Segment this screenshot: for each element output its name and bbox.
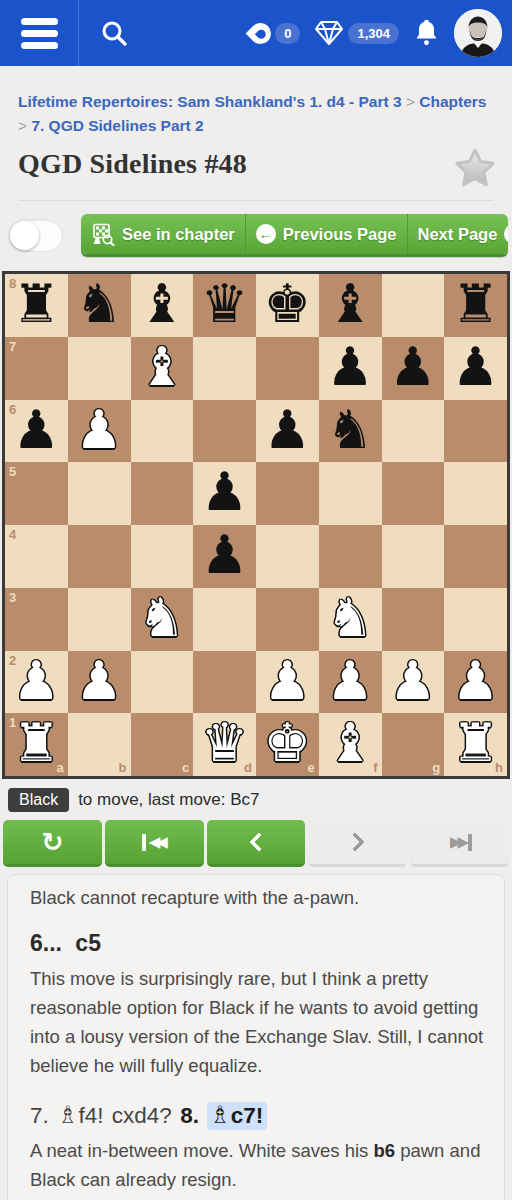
page-nav-group: See in chapter ← Previous Page Next Page… — [81, 214, 508, 257]
square-a7[interactable]: 7 — [5, 337, 68, 400]
breadcrumb-separator: > — [18, 117, 27, 134]
square-g4[interactable] — [382, 525, 445, 588]
square-e2[interactable]: ♟ — [256, 651, 319, 714]
square-f4[interactable] — [319, 525, 382, 588]
move-heading[interactable]: 6... c5 — [30, 930, 484, 957]
square-a8[interactable]: 8♜ — [5, 274, 68, 337]
square-c5[interactable] — [131, 462, 194, 525]
previous-page-button[interactable]: ← Previous Page — [246, 214, 408, 254]
chevron-left-icon — [249, 832, 269, 852]
square-d5[interactable]: ♟ — [193, 462, 256, 525]
piece-white-knight[interactable]: ♞ — [319, 588, 382, 648]
piece-white-knight[interactable]: ♞ — [131, 588, 194, 648]
flame-icon — [246, 18, 276, 48]
move-line: 7. ♗f4! cxd4? 8. ♗c7! — [30, 1101, 484, 1129]
square-h8[interactable]: ♜ — [444, 274, 507, 337]
file-label: e — [308, 760, 315, 775]
next-page-label: Next Page — [418, 225, 498, 244]
square-e5[interactable] — [256, 462, 319, 525]
breadcrumb-separator: > — [406, 93, 415, 110]
skip-to-start-icon: ◀◀ — [142, 834, 167, 851]
square-d1[interactable]: d♛ — [193, 713, 256, 776]
square-c8[interactable]: ♝ — [131, 274, 194, 337]
square-d4[interactable]: ♟ — [193, 525, 256, 588]
rank-label: 6 — [9, 402, 16, 417]
piece-black-rook[interactable]: ♜ — [444, 274, 507, 334]
square-b7[interactable] — [68, 337, 131, 400]
annotation-card: Black cannot recapture with the a-pawn. … — [7, 874, 505, 1200]
square-g2[interactable]: ♟ — [382, 651, 445, 714]
last-move-button[interactable]: ▶▶ — [410, 820, 509, 867]
square-c4[interactable] — [131, 525, 194, 588]
rank-label: 5 — [9, 464, 16, 479]
square-b6[interactable]: ♟ — [68, 400, 131, 463]
square-h7[interactable]: ♟ — [444, 337, 507, 400]
piece-white-pawn[interactable]: ♟ — [256, 651, 319, 711]
annotation-text: Black cannot recapture with the a-pawn. — [30, 884, 484, 911]
square-a5[interactable]: 5 — [5, 462, 68, 525]
square-e3[interactable] — [256, 588, 319, 651]
square-f6[interactable]: ♞ — [319, 400, 382, 463]
piece-black-pawn[interactable]: ♟ — [193, 462, 256, 522]
move-7-white[interactable]: 7. ♗f4! — [30, 1103, 104, 1128]
file-label: g — [432, 760, 440, 775]
piece-black-pawn[interactable]: ♟ — [256, 400, 319, 460]
square-f8[interactable]: ♝ — [319, 274, 382, 337]
square-f5[interactable] — [319, 462, 382, 525]
piece-white-pawn[interactable]: ♟ — [444, 651, 507, 711]
breadcrumb-chapters-link[interactable]: Chapters — [419, 93, 486, 110]
page-title: QGD Sidelines #48 — [18, 148, 247, 180]
move-7-black[interactable]: cxd4? — [112, 1103, 172, 1128]
gem-icon — [314, 20, 344, 46]
file-label: c — [182, 760, 189, 775]
annotation-paragraph: This move is surprisingly rare, but I th… — [30, 964, 484, 1080]
square-g1[interactable]: g — [382, 713, 445, 776]
file-label: f — [373, 760, 377, 775]
piece-black-bishop[interactable]: ♝ — [319, 274, 382, 334]
square-e8[interactable]: ♚ — [256, 274, 319, 337]
file-label: d — [244, 760, 252, 775]
board-toggle[interactable] — [8, 219, 63, 252]
arrow-right-circle-icon: → — [504, 224, 508, 244]
breadcrumb-course-link[interactable]: Lifetime Repertoires: Sam Shankland's 1.… — [18, 93, 402, 110]
square-g8[interactable] — [382, 274, 445, 337]
arrow-left-circle-icon: ← — [256, 224, 276, 244]
file-label: a — [57, 760, 64, 775]
piece-black-knight[interactable]: ♞ — [319, 400, 382, 460]
next-move-button[interactable] — [308, 820, 407, 867]
piece-black-knight[interactable]: ♞ — [68, 274, 131, 334]
title-divider — [18, 200, 494, 201]
file-label: b — [119, 760, 127, 775]
piece-black-king[interactable]: ♚ — [256, 274, 319, 334]
square-e7[interactable] — [256, 337, 319, 400]
square-d6[interactable] — [193, 400, 256, 463]
square-h5[interactable] — [444, 462, 507, 525]
refresh-icon: ↻ — [42, 829, 64, 855]
square-b3[interactable] — [68, 588, 131, 651]
piece-white-pawn[interactable]: ♟ — [68, 400, 131, 460]
square-f7[interactable]: ♟ — [319, 337, 382, 400]
app-header: 0 1,304 — [0, 0, 512, 66]
square-h6[interactable] — [444, 400, 507, 463]
square-g5[interactable] — [382, 462, 445, 525]
streak-stat[interactable]: 0 — [250, 23, 300, 44]
see-in-chapter-button[interactable]: See in chapter — [81, 214, 246, 254]
skip-to-end-icon: ▶▶ — [447, 834, 472, 851]
white-bishop-figurine: ♗ — [57, 1101, 79, 1129]
breadcrumb: Lifetime Repertoires: Sam Shankland's 1.… — [0, 66, 512, 138]
piece-white-pawn[interactable]: ♟ — [68, 651, 131, 711]
search-icon[interactable] — [79, 18, 149, 48]
square-b5[interactable] — [68, 462, 131, 525]
square-b2[interactable]: ♟ — [68, 651, 131, 714]
piece-white-pawn[interactable]: ♟ — [319, 651, 382, 711]
move-nav: ↻ ◀◀ ▶▶ — [3, 820, 509, 867]
square-f3[interactable]: ♞ — [319, 588, 382, 651]
board-search-icon — [91, 223, 115, 246]
rank-label: 2 — [9, 653, 16, 668]
menu-icon[interactable] — [0, 18, 78, 49]
square-b8[interactable]: ♞ — [68, 274, 131, 337]
square-a6[interactable]: 6♟ — [5, 400, 68, 463]
square-g3[interactable] — [382, 588, 445, 651]
square-e1[interactable]: e♚ — [256, 713, 319, 776]
square-c7[interactable]: ♝ — [131, 337, 194, 400]
square-g6[interactable] — [382, 400, 445, 463]
bell-icon[interactable] — [413, 18, 440, 48]
move-8-white-current[interactable]: ♗c7! — [207, 1102, 267, 1130]
square-b4[interactable] — [68, 525, 131, 588]
square-h3[interactable] — [444, 588, 507, 651]
square-c6[interactable] — [131, 400, 194, 463]
square-c2[interactable] — [131, 651, 194, 714]
square-d7[interactable] — [193, 337, 256, 400]
square-d2[interactable] — [193, 651, 256, 714]
piece-black-queen[interactable]: ♛ — [193, 274, 256, 334]
move-8-number: 8. — [180, 1103, 199, 1128]
annotation-paragraph: A neat in-between move. White saves his … — [30, 1136, 484, 1194]
piece-black-pawn[interactable]: ♟ — [444, 337, 507, 397]
rank-label: 1 — [9, 715, 16, 730]
square-a4[interactable]: 4 — [5, 525, 68, 588]
rank-label: 4 — [9, 527, 16, 542]
chess-board[interactable]: 8♜♞♝♛♚♝♜7♝♟♟♟6♟♟♟♞5♟4♟3♞♞2♟♟♟♟♟♟1a♜bcd♛e… — [2, 271, 510, 779]
gem-count: 1,304 — [348, 23, 399, 44]
streak-count: 0 — [275, 23, 300, 44]
piece-white-bishop[interactable]: ♝ — [319, 713, 382, 773]
square-e4[interactable] — [256, 525, 319, 588]
side-to-move-badge: Black — [8, 788, 69, 812]
square-c3[interactable]: ♞ — [131, 588, 194, 651]
chevron-right-icon — [345, 832, 365, 852]
avatar[interactable] — [454, 9, 502, 57]
see-in-chapter-label: See in chapter — [122, 225, 235, 244]
rank-label: 7 — [9, 339, 16, 354]
first-move-button[interactable]: ◀◀ — [105, 820, 204, 867]
square-b1[interactable]: b — [68, 713, 131, 776]
status-text: to move, last move: Bc7 — [78, 790, 259, 810]
square-a1[interactable]: 1a♜ — [5, 713, 68, 776]
square-e6[interactable]: ♟ — [256, 400, 319, 463]
flip-restart-button[interactable]: ↻ — [3, 820, 102, 867]
piece-black-pawn[interactable]: ♟ — [193, 525, 256, 585]
white-bishop-figurine: ♗ — [209, 1101, 231, 1129]
square-h4[interactable] — [444, 525, 507, 588]
piece-black-pawn[interactable]: ♟ — [382, 337, 445, 397]
piece-white-bishop[interactable]: ♝ — [131, 337, 194, 397]
file-label: h — [495, 760, 503, 775]
rank-label: 3 — [9, 590, 16, 605]
square-g7[interactable]: ♟ — [382, 337, 445, 400]
previous-page-label: Previous Page — [283, 225, 397, 244]
square-f2[interactable]: ♟ — [319, 651, 382, 714]
square-ref-bold: b6 — [373, 1140, 395, 1161]
square-a3[interactable]: 3 — [5, 588, 68, 651]
square-h1[interactable]: h♜ — [444, 713, 507, 776]
square-c1[interactable]: c — [131, 713, 194, 776]
gems-stat[interactable]: 1,304 — [314, 20, 399, 46]
square-d8[interactable]: ♛ — [193, 274, 256, 337]
favorite-star-icon[interactable] — [452, 146, 498, 192]
piece-black-pawn[interactable]: ♟ — [319, 337, 382, 397]
next-page-button[interactable]: Next Page → — [408, 214, 508, 254]
breadcrumb-current-link[interactable]: 7. QGD Sidelines Part 2 — [31, 117, 203, 134]
rank-label: 8 — [9, 276, 16, 291]
piece-black-bishop[interactable]: ♝ — [131, 274, 194, 334]
square-h2[interactable]: ♟ — [444, 651, 507, 714]
square-a2[interactable]: 2♟ — [5, 651, 68, 714]
square-f1[interactable]: f♝ — [319, 713, 382, 776]
piece-white-pawn[interactable]: ♟ — [382, 651, 445, 711]
previous-move-button[interactable] — [207, 820, 306, 867]
square-d3[interactable] — [193, 588, 256, 651]
